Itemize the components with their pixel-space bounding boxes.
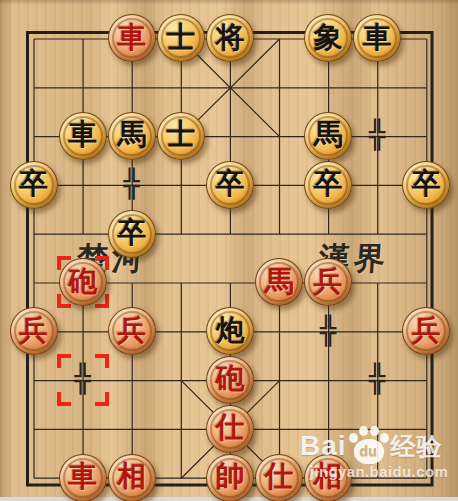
piece-red-advisor[interactable]: 仕 [255,454,303,501]
piece-character: 象 [314,23,343,52]
piece-black-cannon[interactable]: 炮 [206,307,254,355]
piece-black-advisor[interactable]: 士 [157,112,205,160]
piece-character: 馬 [265,267,294,296]
piece-character: 仕 [265,462,294,491]
piece-black-advisor[interactable]: 士 [157,14,205,62]
piece-black-soldier[interactable]: 卒 [10,161,58,209]
piece-character: 炮 [215,316,244,345]
piece-character: 車 [117,23,146,52]
piece-character: 兵 [314,267,343,296]
piece-character: 車 [68,120,97,149]
point-marker[interactable]: ╬ [369,365,385,392]
piece-red-soldier[interactable]: 兵 [304,258,352,306]
piece-character: 車 [363,23,392,52]
piece-red-cannon[interactable]: 砲 [59,258,107,306]
point-marker[interactable]: ╬ [369,121,385,148]
piece-character: 士 [166,23,195,52]
watermark-logo-row: Bai du 经验 [300,426,458,466]
piece-character: 兵 [117,316,146,345]
piece-black-horse[interactable]: 馬 [304,112,352,160]
piece-character: 兵 [19,316,48,345]
piece-character: 砲 [215,364,244,393]
piece-character: 車 [68,462,97,491]
piece-character: 卒 [19,169,48,198]
piece-black-soldier[interactable]: 卒 [402,161,450,209]
watermark-jingyan-text: 经验 [391,430,443,463]
piece-black-horse[interactable]: 馬 [108,112,156,160]
piece-red-chariot[interactable]: 車 [59,454,107,501]
piece-red-chariot[interactable]: 車 [108,14,156,62]
piece-red-horse[interactable]: 馬 [255,258,303,306]
piece-red-elephant[interactable]: 相 [108,454,156,501]
piece-character: 卒 [412,169,441,198]
piece-red-soldier[interactable]: 兵 [108,307,156,355]
watermark-du-text: du [360,443,377,459]
piece-black-elephant[interactable]: 象 [304,14,352,62]
piece-character: 仕 [215,413,244,442]
piece-black-general[interactable]: 将 [206,14,254,62]
piece-black-soldier[interactable]: 卒 [108,210,156,258]
piece-black-chariot[interactable]: 車 [59,112,107,160]
watermark-bai-text: Bai [300,430,347,462]
piece-red-general[interactable]: 帥 [206,454,254,501]
piece-character: 相 [117,462,146,491]
piece-red-soldier[interactable]: 兵 [10,307,58,355]
piece-red-advisor[interactable]: 仕 [206,405,254,453]
piece-character: 卒 [314,169,343,198]
piece-black-chariot[interactable]: 車 [353,14,401,62]
xiangqi-board: 楚河 漢界 ╬╬╬╬╬車士将象車車馬士馬卒卒卒卒卒砲馬兵兵兵炮兵砲仕車相帥仕相 … [0,0,458,501]
baidu-paw-icon: du [349,426,389,466]
piece-character: 将 [215,23,244,52]
piece-character: 馬 [117,120,146,149]
piece-red-cannon[interactable]: 砲 [206,356,254,404]
piece-black-soldier[interactable]: 卒 [206,161,254,209]
point-marker[interactable]: ╬ [124,170,140,197]
piece-black-soldier[interactable]: 卒 [304,161,352,209]
piece-red-soldier[interactable]: 兵 [402,307,450,355]
point-marker[interactable]: ╬ [320,317,336,344]
piece-character: 兵 [412,316,441,345]
piece-character: 馬 [314,120,343,149]
piece-character: 卒 [117,218,146,247]
watermark: Bai du 经验 jingyan.baidu.com [300,426,458,480]
piece-character: 帥 [215,462,244,491]
piece-character: 卒 [215,169,244,198]
piece-character: 砲 [68,267,97,296]
move-origin-marker [57,354,109,406]
piece-character: 士 [166,120,195,149]
